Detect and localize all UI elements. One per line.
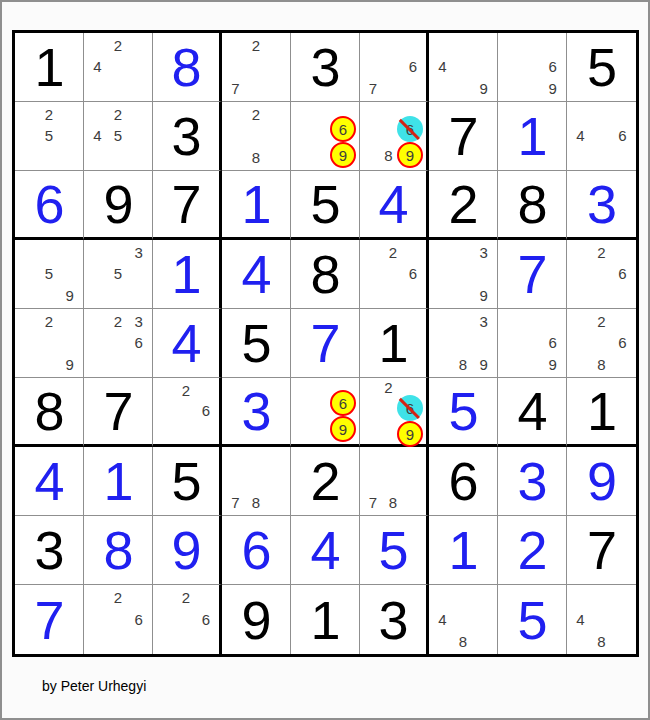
candidate-digit[interactable]: 7 [225, 78, 246, 99]
cell-r1c3[interactable]: 8 [153, 33, 222, 102]
cell-r3c8[interactable]: 8 [498, 171, 567, 240]
candidate-digit[interactable]: 6 [612, 125, 633, 146]
given-digit: 9 [103, 177, 132, 231]
solved-digit: 7 [310, 316, 339, 370]
candidate-grid: 35 [84, 240, 152, 308]
candidate-grid: 29 [15, 309, 83, 377]
solved-digit: 4 [171, 316, 200, 370]
candidate-digit[interactable]: 6 [403, 56, 423, 77]
cell-r1c5[interactable]: 3 [291, 33, 360, 102]
cell-r4c6[interactable]: 26 [360, 240, 429, 309]
solved-digit: 5 [448, 384, 477, 438]
given-digit: 1 [34, 40, 63, 94]
candidate-digit[interactable]: 2 [591, 242, 612, 263]
candidate-digit[interactable]: 2 [246, 104, 267, 125]
given-digit: 7 [587, 523, 616, 577]
candidate-grid: 389 [429, 309, 497, 377]
candidate-eliminated-cyan-circle[interactable]: 6 [397, 116, 423, 142]
candidate-digit[interactable]: 7 [225, 492, 246, 513]
cell-r3c7[interactable]: 2 [429, 171, 498, 240]
solved-digit: 1 [103, 454, 132, 508]
cell-r7c3[interactable]: 5 [153, 447, 222, 516]
cell-r5c6[interactable]: 1 [360, 309, 429, 378]
cell-r9c5[interactable]: 1 [291, 585, 360, 654]
cell-r5c9[interactable]: 268 [567, 309, 636, 378]
candidate-digit[interactable]: 4 [432, 609, 453, 631]
candidate-digit[interactable]: 8 [383, 492, 403, 513]
cell-r3c6[interactable]: 4 [360, 171, 429, 240]
solved-digit: 1 [448, 523, 477, 577]
cell-r4c8[interactable]: 7 [498, 240, 567, 309]
cell-r7c6[interactable]: 78 [360, 447, 429, 516]
cell-r2c6[interactable]: 689 [360, 102, 429, 171]
cell-r7c7[interactable]: 6 [429, 447, 498, 516]
candidate-digit[interactable]: 2 [246, 35, 267, 56]
cell-r3c3[interactable]: 7 [153, 171, 222, 240]
cell-r8c1[interactable]: 3 [15, 516, 84, 585]
candidate-grid: 48 [567, 585, 636, 654]
candidate-grid: 268 [567, 309, 636, 377]
solved-digit: 9 [171, 523, 200, 577]
candidate-digit[interactable]: 2 [108, 587, 129, 609]
cell-r5c4[interactable]: 5 [222, 309, 291, 378]
candidate-digit[interactable]: 9 [59, 354, 80, 375]
candidate-digit[interactable]: 2 [39, 311, 60, 332]
cell-r1c7[interactable]: 49 [429, 33, 498, 102]
candidate-grid: 28 [222, 102, 290, 170]
candidate-grid: 25 [15, 102, 83, 170]
cell-r4c4[interactable]: 4 [222, 240, 291, 309]
candidate-grid: 689 [360, 102, 426, 170]
cell-r2c8[interactable]: 1 [498, 102, 567, 171]
candidate-digit[interactable]: 9 [59, 285, 80, 306]
cell-r5c1[interactable]: 29 [15, 309, 84, 378]
candidate-grid: 269 [360, 378, 426, 444]
given-digit: 5 [587, 40, 616, 94]
solved-digit: 3 [517, 454, 546, 508]
candidate-digit[interactable]: 6 [542, 332, 563, 353]
candidate-digit[interactable]: 5 [39, 263, 60, 284]
candidate-digit[interactable]: 4 [87, 125, 108, 146]
cell-r9c2[interactable]: 26 [84, 585, 153, 654]
sudoku-board: 1248273674969525245328696897146697154283… [12, 30, 639, 657]
candidate-grid: 69 [291, 102, 359, 170]
credit-text: by Peter Urhegyi [42, 678, 146, 694]
candidate-grid: 69 [498, 309, 566, 377]
cell-r1c8[interactable]: 69 [498, 33, 567, 102]
candidate-digit[interactable]: 7 [363, 492, 383, 513]
solved-digit: 8 [171, 40, 200, 94]
cell-r7c1[interactable]: 4 [15, 447, 84, 516]
given-digit: 6 [448, 454, 477, 508]
cell-r6c8[interactable]: 4 [498, 378, 567, 447]
given-digit: 5 [171, 454, 200, 508]
candidate-grid: 26 [567, 240, 636, 308]
candidate-grid: 236 [84, 309, 152, 377]
candidate-grid: 27 [222, 33, 290, 101]
candidate-digit[interactable]: 9 [542, 78, 563, 99]
candidate-digit[interactable]: 6 [612, 263, 633, 284]
solved-digit: 5 [517, 593, 546, 647]
candidate-grid: 48 [429, 585, 497, 654]
cell-r2c7[interactable]: 7 [429, 102, 498, 171]
cell-r4c3[interactable]: 1 [153, 240, 222, 309]
cell-r9c4[interactable]: 9 [222, 585, 291, 654]
cell-r2c2[interactable]: 245 [84, 102, 153, 171]
given-digit: 9 [241, 593, 270, 647]
cell-r8c5[interactable]: 4 [291, 516, 360, 585]
candidate-grid: 69 [291, 378, 359, 444]
candidate-digit[interactable]: 8 [591, 354, 612, 375]
candidate-digit[interactable]: 6 [196, 401, 216, 422]
candidate-digit[interactable]: 2 [383, 242, 403, 263]
cell-r8c4[interactable]: 6 [222, 516, 291, 585]
candidate-digit[interactable]: 2 [108, 311, 129, 332]
candidate-digit[interactable]: 6 [128, 609, 149, 631]
solved-digit: 9 [587, 454, 616, 508]
cell-r6c1[interactable]: 8 [15, 378, 84, 447]
candidate-grid: 26 [153, 585, 219, 654]
candidate-digit[interactable]: 8 [591, 630, 612, 652]
given-digit: 3 [378, 593, 407, 647]
solved-digit: 3 [241, 384, 270, 438]
solved-digit: 6 [241, 523, 270, 577]
candidate-digit[interactable]: 6 [542, 56, 563, 77]
cell-r7c2[interactable]: 1 [84, 447, 153, 516]
cell-r8c9[interactable]: 7 [567, 516, 636, 585]
candidate-digit[interactable]: 4 [570, 609, 591, 631]
cell-r8c7[interactable]: 1 [429, 516, 498, 585]
candidate-grid: 24 [84, 33, 152, 101]
given-digit: 8 [34, 384, 63, 438]
cell-r6c9[interactable]: 1 [567, 378, 636, 447]
cell-r5c8[interactable]: 69 [498, 309, 567, 378]
candidate-digit[interactable]: 5 [108, 263, 129, 284]
cell-r7c8[interactable]: 3 [498, 447, 567, 516]
cell-r5c2[interactable]: 236 [84, 309, 153, 378]
cell-r9c3[interactable]: 26 [153, 585, 222, 654]
candidate-grid: 78 [222, 447, 290, 515]
solved-digit: 7 [34, 593, 63, 647]
candidate-digit[interactable]: 6 [612, 332, 633, 353]
cell-r4c5[interactable]: 8 [291, 240, 360, 309]
candidate-grid: 26 [360, 240, 426, 308]
candidate-digit[interactable]: 9 [542, 354, 563, 375]
candidate-digit[interactable]: 7 [363, 78, 383, 99]
cell-r9c9[interactable]: 48 [567, 585, 636, 654]
candidate-digit[interactable]: 2 [176, 380, 196, 401]
cell-r2c9[interactable]: 46 [567, 102, 636, 171]
solved-digit: 1 [517, 109, 546, 163]
cell-r9c6[interactable]: 3 [360, 585, 429, 654]
candidate-highlight-yellow-circle[interactable]: 9 [397, 142, 423, 168]
candidate-digit[interactable]: 6 [403, 263, 423, 284]
candidate-digit[interactable]: 9 [473, 285, 494, 306]
candidate-digit[interactable]: 3 [128, 242, 149, 263]
cell-r2c4[interactable]: 28 [222, 102, 291, 171]
candidate-digit[interactable]: 3 [473, 242, 494, 263]
cell-r6c7[interactable]: 5 [429, 378, 498, 447]
given-digit: 7 [103, 384, 132, 438]
candidate-digit[interactable]: 2 [380, 380, 397, 395]
given-digit: 7 [448, 109, 477, 163]
cell-r1c4[interactable]: 27 [222, 33, 291, 102]
cell-r8c2[interactable]: 8 [84, 516, 153, 585]
candidate-digit[interactable]: 8 [380, 142, 397, 168]
candidate-grid: 59 [15, 240, 83, 308]
candidate-grid: 49 [429, 33, 497, 101]
cell-r4c9[interactable]: 26 [567, 240, 636, 309]
candidate-digit[interactable]: 2 [108, 104, 129, 125]
candidate-grid: 67 [360, 33, 426, 101]
cell-r5c5[interactable]: 7 [291, 309, 360, 378]
candidate-grid: 245 [84, 102, 152, 170]
solved-digit: 6 [34, 177, 63, 231]
given-digit: 1 [587, 384, 616, 438]
cell-r3c5[interactable]: 5 [291, 171, 360, 240]
given-digit: 2 [448, 177, 477, 231]
candidate-digit[interactable]: 3 [473, 311, 494, 332]
candidate-highlight-yellow-circle[interactable]: 6 [330, 390, 356, 416]
solved-digit: 4 [34, 454, 63, 508]
given-digit: 7 [171, 177, 200, 231]
candidate-highlight-yellow-circle[interactable]: 9 [330, 416, 356, 442]
candidate-grid: 69 [498, 33, 566, 101]
cell-r3c4[interactable]: 1 [222, 171, 291, 240]
candidate-digit[interactable]: 5 [108, 125, 129, 146]
solved-digit: 4 [378, 177, 407, 231]
solved-digit: 3 [587, 177, 616, 231]
given-digit: 5 [241, 316, 270, 370]
candidate-digit[interactable]: 8 [453, 630, 474, 652]
candidate-digit[interactable]: 4 [87, 56, 108, 77]
cell-r2c5[interactable]: 69 [291, 102, 360, 171]
given-digit: 4 [517, 384, 546, 438]
given-digit: 5 [310, 177, 339, 231]
solved-digit: 4 [310, 523, 339, 577]
cell-r2c3[interactable]: 3 [153, 102, 222, 171]
cell-r3c2[interactable]: 9 [84, 171, 153, 240]
cell-r5c3[interactable]: 4 [153, 309, 222, 378]
given-digit: 1 [310, 593, 339, 647]
cell-r3c1[interactable]: 6 [15, 171, 84, 240]
candidate-digit[interactable]: 8 [246, 147, 267, 168]
candidate-grid: 26 [84, 585, 152, 654]
candidate-eliminated-cyan-circle[interactable]: 6 [397, 395, 423, 421]
candidate-digit[interactable]: 2 [176, 587, 196, 609]
candidate-highlight-yellow-circle[interactable]: 9 [330, 142, 356, 168]
solved-digit: 5 [378, 523, 407, 577]
cell-r2c1[interactable]: 25 [15, 102, 84, 171]
candidate-digit[interactable]: 4 [570, 125, 591, 146]
candidate-digit[interactable]: 9 [473, 78, 494, 99]
cell-r7c4[interactable]: 78 [222, 447, 291, 516]
cell-r6c5[interactable]: 69 [291, 378, 360, 447]
candidate-grid: 46 [567, 102, 636, 170]
cell-r8c3[interactable]: 9 [153, 516, 222, 585]
candidate-digit[interactable]: 5 [39, 125, 60, 146]
solved-digit: 8 [103, 523, 132, 577]
cell-r4c7[interactable]: 39 [429, 240, 498, 309]
candidate-digit[interactable]: 2 [39, 104, 60, 125]
cell-r9c8[interactable]: 5 [498, 585, 567, 654]
cell-r4c2[interactable]: 35 [84, 240, 153, 309]
cell-r7c9[interactable]: 9 [567, 447, 636, 516]
cell-r6c4[interactable]: 3 [222, 378, 291, 447]
given-digit: 3 [310, 40, 339, 94]
candidate-grid: 26 [153, 378, 219, 444]
candidate-digit[interactable]: 8 [453, 354, 474, 375]
given-digit: 1 [378, 316, 407, 370]
cell-r4c1[interactable]: 59 [15, 240, 84, 309]
given-digit: 2 [310, 454, 339, 508]
candidate-digit[interactable]: 4 [432, 56, 453, 77]
solved-digit: 1 [241, 177, 270, 231]
sudoku-app-window: 1248273674969525245328696897146697154283… [0, 0, 650, 720]
candidate-digit[interactable]: 9 [473, 354, 494, 375]
given-digit: 3 [171, 109, 200, 163]
cell-r6c6[interactable]: 269 [360, 378, 429, 447]
candidate-digit[interactable]: 6 [196, 609, 216, 631]
cell-r8c6[interactable]: 5 [360, 516, 429, 585]
candidate-highlight-yellow-circle[interactable]: 9 [397, 421, 423, 447]
candidate-digit[interactable]: 3 [128, 311, 149, 332]
candidate-digit[interactable]: 8 [246, 492, 267, 513]
cell-r6c3[interactable]: 26 [153, 378, 222, 447]
given-digit: 3 [34, 523, 63, 577]
given-digit: 8 [310, 247, 339, 301]
cell-r8c8[interactable]: 2 [498, 516, 567, 585]
cell-r9c7[interactable]: 48 [429, 585, 498, 654]
cell-r5c7[interactable]: 389 [429, 309, 498, 378]
solved-digit: 4 [241, 247, 270, 301]
cell-r1c1[interactable]: 1 [15, 33, 84, 102]
cell-r1c9[interactable]: 5 [567, 33, 636, 102]
cell-r1c6[interactable]: 67 [360, 33, 429, 102]
solved-digit: 7 [517, 247, 546, 301]
solved-digit: 1 [171, 247, 200, 301]
candidate-grid: 78 [360, 447, 426, 515]
given-digit: 8 [517, 177, 546, 231]
solved-digit: 2 [517, 523, 546, 577]
candidate-grid: 39 [429, 240, 497, 308]
candidate-digit[interactable]: 2 [108, 35, 129, 56]
cell-r9c1[interactable]: 7 [15, 585, 84, 654]
cell-r3c9[interactable]: 3 [567, 171, 636, 240]
candidate-digit[interactable]: 6 [128, 332, 149, 353]
cell-r6c2[interactable]: 7 [84, 378, 153, 447]
candidate-highlight-yellow-circle[interactable]: 6 [330, 116, 356, 142]
cell-r7c5[interactable]: 2 [291, 447, 360, 516]
candidate-digit[interactable]: 2 [591, 311, 612, 332]
cell-r1c2[interactable]: 24 [84, 33, 153, 102]
